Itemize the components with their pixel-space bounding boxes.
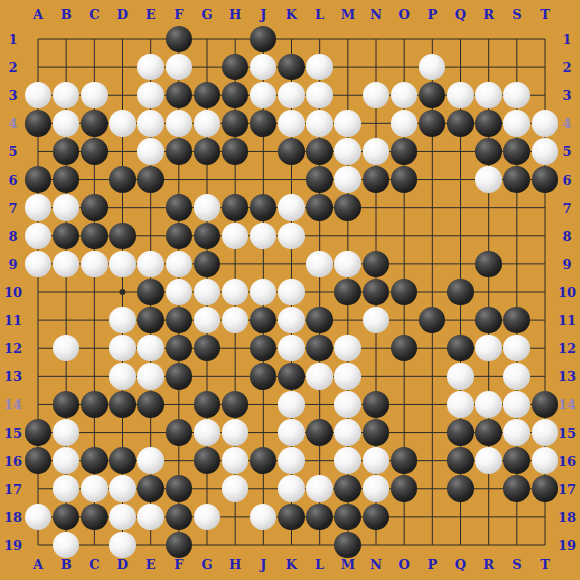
intersection-S11[interactable] bbox=[503, 306, 531, 334]
intersection-T14[interactable] bbox=[531, 390, 559, 418]
intersection-N3[interactable] bbox=[362, 81, 390, 109]
intersection-G18[interactable] bbox=[193, 503, 221, 531]
intersection-C18[interactable] bbox=[80, 503, 108, 531]
intersection-A16[interactable] bbox=[24, 447, 52, 475]
intersection-A2[interactable] bbox=[24, 53, 52, 81]
intersection-B14[interactable] bbox=[52, 390, 80, 418]
intersection-L9[interactable] bbox=[305, 250, 333, 278]
intersection-N5[interactable] bbox=[362, 137, 390, 165]
intersection-T11[interactable] bbox=[531, 306, 559, 334]
intersection-H12[interactable] bbox=[221, 334, 249, 362]
intersection-M3[interactable] bbox=[334, 81, 362, 109]
intersection-L17[interactable] bbox=[305, 475, 333, 503]
intersection-L14[interactable] bbox=[305, 390, 333, 418]
intersection-R17[interactable] bbox=[474, 475, 502, 503]
intersection-D12[interactable] bbox=[108, 334, 136, 362]
intersection-K19[interactable] bbox=[277, 531, 305, 559]
intersection-S6[interactable] bbox=[503, 165, 531, 193]
intersection-L5[interactable] bbox=[305, 137, 333, 165]
intersection-P7[interactable] bbox=[418, 194, 446, 222]
intersection-D19[interactable] bbox=[108, 531, 136, 559]
intersection-B17[interactable] bbox=[52, 475, 80, 503]
intersection-H11[interactable] bbox=[221, 306, 249, 334]
intersection-T12[interactable] bbox=[531, 334, 559, 362]
intersection-A7[interactable] bbox=[24, 194, 52, 222]
intersection-K11[interactable] bbox=[277, 306, 305, 334]
intersection-S12[interactable] bbox=[503, 334, 531, 362]
intersection-K7[interactable] bbox=[277, 194, 305, 222]
intersection-M11[interactable] bbox=[334, 306, 362, 334]
intersection-T5[interactable] bbox=[531, 137, 559, 165]
intersection-Q13[interactable] bbox=[446, 362, 474, 390]
intersection-M4[interactable] bbox=[334, 109, 362, 137]
intersection-H13[interactable] bbox=[221, 362, 249, 390]
intersection-J7[interactable] bbox=[249, 194, 277, 222]
intersection-D10[interactable] bbox=[108, 278, 136, 306]
intersection-C15[interactable] bbox=[80, 418, 108, 446]
intersection-K17[interactable] bbox=[277, 475, 305, 503]
intersection-E5[interactable] bbox=[137, 137, 165, 165]
intersection-G3[interactable] bbox=[193, 81, 221, 109]
intersection-E15[interactable] bbox=[137, 418, 165, 446]
intersection-J8[interactable] bbox=[249, 222, 277, 250]
intersection-O9[interactable] bbox=[390, 250, 418, 278]
intersection-K3[interactable] bbox=[277, 81, 305, 109]
intersection-A3[interactable] bbox=[24, 81, 52, 109]
intersection-C9[interactable] bbox=[80, 250, 108, 278]
intersection-G6[interactable] bbox=[193, 165, 221, 193]
intersection-C8[interactable] bbox=[80, 222, 108, 250]
intersection-N1[interactable] bbox=[362, 25, 390, 53]
intersection-C1[interactable] bbox=[80, 25, 108, 53]
intersection-L2[interactable] bbox=[305, 53, 333, 81]
intersection-R19[interactable] bbox=[474, 531, 502, 559]
intersection-D8[interactable] bbox=[108, 222, 136, 250]
intersection-A4[interactable] bbox=[24, 109, 52, 137]
intersection-H6[interactable] bbox=[221, 165, 249, 193]
intersection-N2[interactable] bbox=[362, 53, 390, 81]
intersection-F2[interactable] bbox=[165, 53, 193, 81]
intersection-J16[interactable] bbox=[249, 447, 277, 475]
intersection-T17[interactable] bbox=[531, 475, 559, 503]
intersection-H5[interactable] bbox=[221, 137, 249, 165]
intersection-J1[interactable] bbox=[249, 25, 277, 53]
intersection-F10[interactable] bbox=[165, 278, 193, 306]
intersection-E4[interactable] bbox=[137, 109, 165, 137]
intersection-O8[interactable] bbox=[390, 222, 418, 250]
intersection-P3[interactable] bbox=[418, 81, 446, 109]
intersection-D18[interactable] bbox=[108, 503, 136, 531]
intersection-P2[interactable] bbox=[418, 53, 446, 81]
intersection-M12[interactable] bbox=[334, 334, 362, 362]
intersection-E6[interactable] bbox=[137, 165, 165, 193]
intersection-M9[interactable] bbox=[334, 250, 362, 278]
intersection-N13[interactable] bbox=[362, 362, 390, 390]
intersection-P14[interactable] bbox=[418, 390, 446, 418]
intersection-H19[interactable] bbox=[221, 531, 249, 559]
intersection-A14[interactable] bbox=[24, 390, 52, 418]
intersection-M17[interactable] bbox=[334, 475, 362, 503]
intersection-S15[interactable] bbox=[503, 418, 531, 446]
intersection-J15[interactable] bbox=[249, 418, 277, 446]
intersection-H17[interactable] bbox=[221, 475, 249, 503]
intersection-C4[interactable] bbox=[80, 109, 108, 137]
intersection-G9[interactable] bbox=[193, 250, 221, 278]
intersection-J18[interactable] bbox=[249, 503, 277, 531]
intersection-M7[interactable] bbox=[334, 194, 362, 222]
intersection-L15[interactable] bbox=[305, 418, 333, 446]
intersection-Q1[interactable] bbox=[446, 25, 474, 53]
intersection-O6[interactable] bbox=[390, 165, 418, 193]
intersection-D13[interactable] bbox=[108, 362, 136, 390]
intersection-R18[interactable] bbox=[474, 503, 502, 531]
intersection-K13[interactable] bbox=[277, 362, 305, 390]
intersection-L7[interactable] bbox=[305, 194, 333, 222]
intersection-E16[interactable] bbox=[137, 447, 165, 475]
intersection-M2[interactable] bbox=[334, 53, 362, 81]
intersection-Q6[interactable] bbox=[446, 165, 474, 193]
intersection-J10[interactable] bbox=[249, 278, 277, 306]
intersection-L16[interactable] bbox=[305, 447, 333, 475]
intersection-C5[interactable] bbox=[80, 137, 108, 165]
intersection-Q18[interactable] bbox=[446, 503, 474, 531]
intersection-O14[interactable] bbox=[390, 390, 418, 418]
intersection-N7[interactable] bbox=[362, 194, 390, 222]
intersection-O1[interactable] bbox=[390, 25, 418, 53]
intersection-R10[interactable] bbox=[474, 278, 502, 306]
intersection-R15[interactable] bbox=[474, 418, 502, 446]
intersection-G8[interactable] bbox=[193, 222, 221, 250]
intersection-O11[interactable] bbox=[390, 306, 418, 334]
intersection-Q17[interactable] bbox=[446, 475, 474, 503]
intersection-Q11[interactable] bbox=[446, 306, 474, 334]
intersection-G11[interactable] bbox=[193, 306, 221, 334]
intersection-P13[interactable] bbox=[418, 362, 446, 390]
intersection-N10[interactable] bbox=[362, 278, 390, 306]
intersection-Q8[interactable] bbox=[446, 222, 474, 250]
intersection-H10[interactable] bbox=[221, 278, 249, 306]
intersection-J13[interactable] bbox=[249, 362, 277, 390]
intersection-C12[interactable] bbox=[80, 334, 108, 362]
intersection-C14[interactable] bbox=[80, 390, 108, 418]
intersection-O2[interactable] bbox=[390, 53, 418, 81]
intersection-S2[interactable] bbox=[503, 53, 531, 81]
intersection-A10[interactable] bbox=[24, 278, 52, 306]
intersection-L6[interactable] bbox=[305, 165, 333, 193]
intersection-G19[interactable] bbox=[193, 531, 221, 559]
intersection-M8[interactable] bbox=[334, 222, 362, 250]
intersection-F14[interactable] bbox=[165, 390, 193, 418]
intersection-N6[interactable] bbox=[362, 165, 390, 193]
intersection-L18[interactable] bbox=[305, 503, 333, 531]
intersection-T16[interactable] bbox=[531, 447, 559, 475]
intersection-M16[interactable] bbox=[334, 447, 362, 475]
intersection-K5[interactable] bbox=[277, 137, 305, 165]
intersection-R3[interactable] bbox=[474, 81, 502, 109]
intersection-P5[interactable] bbox=[418, 137, 446, 165]
intersection-P10[interactable] bbox=[418, 278, 446, 306]
intersection-Q16[interactable] bbox=[446, 447, 474, 475]
intersection-O10[interactable] bbox=[390, 278, 418, 306]
intersection-H7[interactable] bbox=[221, 194, 249, 222]
intersection-S3[interactable] bbox=[503, 81, 531, 109]
intersection-F12[interactable] bbox=[165, 334, 193, 362]
intersection-M10[interactable] bbox=[334, 278, 362, 306]
intersection-L11[interactable] bbox=[305, 306, 333, 334]
intersection-B2[interactable] bbox=[52, 53, 80, 81]
intersection-N11[interactable] bbox=[362, 306, 390, 334]
intersection-F16[interactable] bbox=[165, 447, 193, 475]
intersection-A8[interactable] bbox=[24, 222, 52, 250]
intersection-K2[interactable] bbox=[277, 53, 305, 81]
intersection-N12[interactable] bbox=[362, 334, 390, 362]
intersection-E14[interactable] bbox=[137, 390, 165, 418]
intersection-R9[interactable] bbox=[474, 250, 502, 278]
intersection-C16[interactable] bbox=[80, 447, 108, 475]
intersection-N17[interactable] bbox=[362, 475, 390, 503]
intersection-Q9[interactable] bbox=[446, 250, 474, 278]
intersection-T13[interactable] bbox=[531, 362, 559, 390]
intersection-J9[interactable] bbox=[249, 250, 277, 278]
intersection-P9[interactable] bbox=[418, 250, 446, 278]
intersection-A15[interactable] bbox=[24, 418, 52, 446]
intersection-N9[interactable] bbox=[362, 250, 390, 278]
intersection-H4[interactable] bbox=[221, 109, 249, 137]
intersection-S4[interactable] bbox=[503, 109, 531, 137]
intersection-E17[interactable] bbox=[137, 475, 165, 503]
intersection-G10[interactable] bbox=[193, 278, 221, 306]
intersection-D11[interactable] bbox=[108, 306, 136, 334]
intersection-S13[interactable] bbox=[503, 362, 531, 390]
intersection-B5[interactable] bbox=[52, 137, 80, 165]
intersection-P12[interactable] bbox=[418, 334, 446, 362]
intersection-O12[interactable] bbox=[390, 334, 418, 362]
intersection-P11[interactable] bbox=[418, 306, 446, 334]
intersection-H3[interactable] bbox=[221, 81, 249, 109]
intersection-T3[interactable] bbox=[531, 81, 559, 109]
intersection-O17[interactable] bbox=[390, 475, 418, 503]
intersection-F19[interactable] bbox=[165, 531, 193, 559]
intersection-E1[interactable] bbox=[137, 25, 165, 53]
intersection-O18[interactable] bbox=[390, 503, 418, 531]
intersection-K18[interactable] bbox=[277, 503, 305, 531]
intersection-H1[interactable] bbox=[221, 25, 249, 53]
intersection-T1[interactable] bbox=[531, 25, 559, 53]
intersection-O19[interactable] bbox=[390, 531, 418, 559]
intersection-A9[interactable] bbox=[24, 250, 52, 278]
intersection-E13[interactable] bbox=[137, 362, 165, 390]
intersection-K12[interactable] bbox=[277, 334, 305, 362]
intersection-F3[interactable] bbox=[165, 81, 193, 109]
intersection-P19[interactable] bbox=[418, 531, 446, 559]
intersection-R12[interactable] bbox=[474, 334, 502, 362]
intersection-C7[interactable] bbox=[80, 194, 108, 222]
intersection-J12[interactable] bbox=[249, 334, 277, 362]
intersection-Q14[interactable] bbox=[446, 390, 474, 418]
intersection-R16[interactable] bbox=[474, 447, 502, 475]
intersection-P18[interactable] bbox=[418, 503, 446, 531]
intersection-T2[interactable] bbox=[531, 53, 559, 81]
intersection-M18[interactable] bbox=[334, 503, 362, 531]
intersection-S14[interactable] bbox=[503, 390, 531, 418]
intersection-M5[interactable] bbox=[334, 137, 362, 165]
intersection-B9[interactable] bbox=[52, 250, 80, 278]
intersection-B12[interactable] bbox=[52, 334, 80, 362]
intersection-B11[interactable] bbox=[52, 306, 80, 334]
intersection-J14[interactable] bbox=[249, 390, 277, 418]
intersection-F15[interactable] bbox=[165, 418, 193, 446]
intersection-T7[interactable] bbox=[531, 194, 559, 222]
intersection-R7[interactable] bbox=[474, 194, 502, 222]
intersection-H14[interactable] bbox=[221, 390, 249, 418]
intersection-H2[interactable] bbox=[221, 53, 249, 81]
intersection-Q12[interactable] bbox=[446, 334, 474, 362]
intersection-G16[interactable] bbox=[193, 447, 221, 475]
intersection-F5[interactable] bbox=[165, 137, 193, 165]
intersection-A13[interactable] bbox=[24, 362, 52, 390]
intersection-B10[interactable] bbox=[52, 278, 80, 306]
intersection-N8[interactable] bbox=[362, 222, 390, 250]
intersection-R13[interactable] bbox=[474, 362, 502, 390]
intersection-L12[interactable] bbox=[305, 334, 333, 362]
intersection-E3[interactable] bbox=[137, 81, 165, 109]
intersection-M19[interactable] bbox=[334, 531, 362, 559]
intersection-R6[interactable] bbox=[474, 165, 502, 193]
intersection-Q3[interactable] bbox=[446, 81, 474, 109]
intersection-H9[interactable] bbox=[221, 250, 249, 278]
intersection-S16[interactable] bbox=[503, 447, 531, 475]
intersection-K6[interactable] bbox=[277, 165, 305, 193]
intersection-F6[interactable] bbox=[165, 165, 193, 193]
intersection-F7[interactable] bbox=[165, 194, 193, 222]
intersection-E12[interactable] bbox=[137, 334, 165, 362]
intersection-N16[interactable] bbox=[362, 447, 390, 475]
intersection-M1[interactable] bbox=[334, 25, 362, 53]
intersection-D14[interactable] bbox=[108, 390, 136, 418]
intersection-K10[interactable] bbox=[277, 278, 305, 306]
intersection-F17[interactable] bbox=[165, 475, 193, 503]
intersection-K14[interactable] bbox=[277, 390, 305, 418]
intersection-B3[interactable] bbox=[52, 81, 80, 109]
intersection-P17[interactable] bbox=[418, 475, 446, 503]
intersection-A5[interactable] bbox=[24, 137, 52, 165]
intersection-F1[interactable] bbox=[165, 25, 193, 53]
intersection-D15[interactable] bbox=[108, 418, 136, 446]
intersection-T19[interactable] bbox=[531, 531, 559, 559]
intersection-Q10[interactable] bbox=[446, 278, 474, 306]
intersection-P6[interactable] bbox=[418, 165, 446, 193]
intersection-T4[interactable] bbox=[531, 109, 559, 137]
intersection-A18[interactable] bbox=[24, 503, 52, 531]
intersection-O5[interactable] bbox=[390, 137, 418, 165]
intersection-O3[interactable] bbox=[390, 81, 418, 109]
intersection-S10[interactable] bbox=[503, 278, 531, 306]
intersection-E10[interactable] bbox=[137, 278, 165, 306]
intersection-L19[interactable] bbox=[305, 531, 333, 559]
intersection-Q2[interactable] bbox=[446, 53, 474, 81]
intersection-A1[interactable] bbox=[24, 25, 52, 53]
intersection-S17[interactable] bbox=[503, 475, 531, 503]
intersection-N14[interactable] bbox=[362, 390, 390, 418]
intersection-S9[interactable] bbox=[503, 250, 531, 278]
intersection-A17[interactable] bbox=[24, 475, 52, 503]
intersection-K15[interactable] bbox=[277, 418, 305, 446]
intersection-P4[interactable] bbox=[418, 109, 446, 137]
intersection-J3[interactable] bbox=[249, 81, 277, 109]
intersection-G14[interactable] bbox=[193, 390, 221, 418]
intersection-S8[interactable] bbox=[503, 222, 531, 250]
intersection-A19[interactable] bbox=[24, 531, 52, 559]
intersection-H18[interactable] bbox=[221, 503, 249, 531]
intersection-C11[interactable] bbox=[80, 306, 108, 334]
intersection-K16[interactable] bbox=[277, 447, 305, 475]
intersection-F11[interactable] bbox=[165, 306, 193, 334]
intersection-G13[interactable] bbox=[193, 362, 221, 390]
intersection-D3[interactable] bbox=[108, 81, 136, 109]
intersection-B4[interactable] bbox=[52, 109, 80, 137]
intersection-K4[interactable] bbox=[277, 109, 305, 137]
intersection-K9[interactable] bbox=[277, 250, 305, 278]
intersection-N19[interactable] bbox=[362, 531, 390, 559]
intersection-J17[interactable] bbox=[249, 475, 277, 503]
intersection-R1[interactable] bbox=[474, 25, 502, 53]
intersection-R14[interactable] bbox=[474, 390, 502, 418]
intersection-C6[interactable] bbox=[80, 165, 108, 193]
intersection-B15[interactable] bbox=[52, 418, 80, 446]
intersection-C17[interactable] bbox=[80, 475, 108, 503]
intersection-L4[interactable] bbox=[305, 109, 333, 137]
intersection-C3[interactable] bbox=[80, 81, 108, 109]
intersection-G15[interactable] bbox=[193, 418, 221, 446]
intersection-E11[interactable] bbox=[137, 306, 165, 334]
intersection-S1[interactable] bbox=[503, 25, 531, 53]
intersection-Q4[interactable] bbox=[446, 109, 474, 137]
intersection-Q7[interactable] bbox=[446, 194, 474, 222]
intersection-R2[interactable] bbox=[474, 53, 502, 81]
intersection-D4[interactable] bbox=[108, 109, 136, 137]
intersection-G12[interactable] bbox=[193, 334, 221, 362]
intersection-D5[interactable] bbox=[108, 137, 136, 165]
intersection-L8[interactable] bbox=[305, 222, 333, 250]
intersection-D17[interactable] bbox=[108, 475, 136, 503]
intersection-P8[interactable] bbox=[418, 222, 446, 250]
intersection-Q15[interactable] bbox=[446, 418, 474, 446]
intersection-T15[interactable] bbox=[531, 418, 559, 446]
intersection-J11[interactable] bbox=[249, 306, 277, 334]
intersection-F4[interactable] bbox=[165, 109, 193, 137]
intersection-C2[interactable] bbox=[80, 53, 108, 81]
intersection-S19[interactable] bbox=[503, 531, 531, 559]
intersection-R11[interactable] bbox=[474, 306, 502, 334]
intersection-C13[interactable] bbox=[80, 362, 108, 390]
intersection-L10[interactable] bbox=[305, 278, 333, 306]
intersection-N4[interactable] bbox=[362, 109, 390, 137]
intersection-L1[interactable] bbox=[305, 25, 333, 53]
intersection-H16[interactable] bbox=[221, 447, 249, 475]
intersection-D16[interactable] bbox=[108, 447, 136, 475]
intersection-M13[interactable] bbox=[334, 362, 362, 390]
intersection-G17[interactable] bbox=[193, 475, 221, 503]
intersection-E18[interactable] bbox=[137, 503, 165, 531]
intersection-B16[interactable] bbox=[52, 447, 80, 475]
intersection-E2[interactable] bbox=[137, 53, 165, 81]
intersection-O13[interactable] bbox=[390, 362, 418, 390]
intersection-S5[interactable] bbox=[503, 137, 531, 165]
intersection-P1[interactable] bbox=[418, 25, 446, 53]
intersection-Q5[interactable] bbox=[446, 137, 474, 165]
intersection-B1[interactable] bbox=[52, 25, 80, 53]
intersection-D2[interactable] bbox=[108, 53, 136, 81]
